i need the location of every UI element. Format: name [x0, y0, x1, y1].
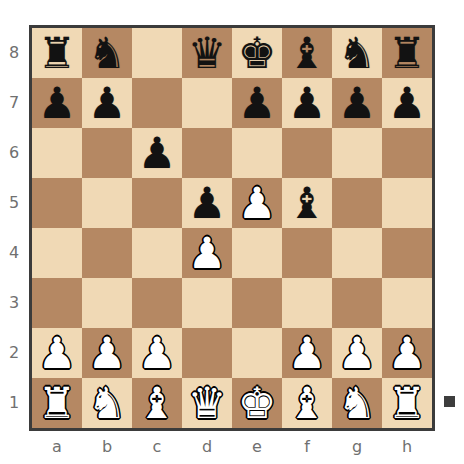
- square-b1[interactable]: ♞: [82, 378, 132, 428]
- piece-black-pawn[interactable]: ♟: [232, 78, 282, 128]
- square-e8[interactable]: ♚: [232, 28, 282, 78]
- piece-white-pawn[interactable]: ♟: [232, 178, 282, 228]
- square-h4[interactable]: [382, 228, 432, 278]
- file-labels: abcdefgh: [32, 434, 432, 460]
- piece-white-pawn[interactable]: ♟: [32, 328, 82, 378]
- piece-white-pawn[interactable]: ♟: [282, 328, 332, 378]
- square-g4[interactable]: [332, 228, 382, 278]
- file-label-g: g: [332, 434, 382, 460]
- piece-black-rook[interactable]: ♜: [32, 28, 82, 78]
- square-d6[interactable]: [182, 128, 232, 178]
- square-h5[interactable]: [382, 178, 432, 228]
- square-d3[interactable]: [182, 278, 232, 328]
- square-h2[interactable]: ♟: [382, 328, 432, 378]
- file-label-c: c: [132, 434, 182, 460]
- square-b5[interactable]: [82, 178, 132, 228]
- piece-black-pawn[interactable]: ♟: [382, 78, 432, 128]
- square-f1[interactable]: ♝: [282, 378, 332, 428]
- square-c4[interactable]: [132, 228, 182, 278]
- piece-black-king[interactable]: ♚: [232, 28, 282, 78]
- piece-white-king[interactable]: ♚: [232, 378, 282, 428]
- square-f8[interactable]: ♝: [282, 28, 332, 78]
- piece-black-queen[interactable]: ♛: [182, 28, 232, 78]
- square-g2[interactable]: ♟: [332, 328, 382, 378]
- square-d8[interactable]: ♛: [182, 28, 232, 78]
- piece-black-pawn[interactable]: ♟: [32, 78, 82, 128]
- chess-board-frame: ♜♞♛♚♝♞♜♟♟♟♟♟♟♟♟♟♝♟♟♟♟♟♟♟♜♞♝♛♚♝♞♜: [29, 25, 435, 431]
- square-h1[interactable]: ♜: [382, 378, 432, 428]
- piece-black-pawn[interactable]: ♟: [132, 128, 182, 178]
- square-f5[interactable]: ♝: [282, 178, 332, 228]
- square-c1[interactable]: ♝: [132, 378, 182, 428]
- piece-white-rook[interactable]: ♜: [382, 378, 432, 428]
- square-f3[interactable]: [282, 278, 332, 328]
- rank-label-8: 8: [2, 28, 26, 78]
- rank-label-1: 1: [2, 378, 26, 428]
- file-label-h: h: [382, 434, 432, 460]
- square-d4[interactable]: ♟: [182, 228, 232, 278]
- file-label-d: d: [182, 434, 232, 460]
- piece-white-knight[interactable]: ♞: [332, 378, 382, 428]
- square-e4[interactable]: [232, 228, 282, 278]
- square-e3[interactable]: [232, 278, 282, 328]
- rank-labels: 87654321: [2, 28, 26, 428]
- square-g6[interactable]: [332, 128, 382, 178]
- piece-black-knight[interactable]: ♞: [332, 28, 382, 78]
- piece-white-pawn[interactable]: ♟: [132, 328, 182, 378]
- square-e7[interactable]: ♟: [232, 78, 282, 128]
- square-a4[interactable]: [32, 228, 82, 278]
- rank-label-2: 2: [2, 328, 26, 378]
- square-h3[interactable]: [382, 278, 432, 328]
- file-label-a: a: [32, 434, 82, 460]
- square-b4[interactable]: [82, 228, 132, 278]
- square-a6[interactable]: [32, 128, 82, 178]
- square-a8[interactable]: ♜: [32, 28, 82, 78]
- square-a2[interactable]: ♟: [32, 328, 82, 378]
- piece-black-pawn[interactable]: ♟: [82, 78, 132, 128]
- square-c2[interactable]: ♟: [132, 328, 182, 378]
- square-g1[interactable]: ♞: [332, 378, 382, 428]
- square-e5[interactable]: ♟: [232, 178, 282, 228]
- square-c3[interactable]: [132, 278, 182, 328]
- square-b2[interactable]: ♟: [82, 328, 132, 378]
- square-a5[interactable]: [32, 178, 82, 228]
- square-f2[interactable]: ♟: [282, 328, 332, 378]
- piece-white-pawn[interactable]: ♟: [182, 228, 232, 278]
- piece-black-pawn[interactable]: ♟: [332, 78, 382, 128]
- square-c7[interactable]: [132, 78, 182, 128]
- square-d5[interactable]: ♟: [182, 178, 232, 228]
- square-h7[interactable]: ♟: [382, 78, 432, 128]
- piece-white-knight[interactable]: ♞: [82, 378, 132, 428]
- square-f6[interactable]: [282, 128, 332, 178]
- piece-white-pawn[interactable]: ♟: [382, 328, 432, 378]
- square-b7[interactable]: ♟: [82, 78, 132, 128]
- square-d1[interactable]: ♛: [182, 378, 232, 428]
- rank-label-4: 4: [2, 228, 26, 278]
- square-c6[interactable]: ♟: [132, 128, 182, 178]
- rank-label-5: 5: [2, 178, 26, 228]
- chess-board: ♜♞♛♚♝♞♜♟♟♟♟♟♟♟♟♟♝♟♟♟♟♟♟♟♜♞♝♛♚♝♞♜: [32, 28, 432, 428]
- square-e2[interactable]: [232, 328, 282, 378]
- square-b6[interactable]: [82, 128, 132, 178]
- file-label-b: b: [82, 434, 132, 460]
- square-f4[interactable]: [282, 228, 332, 278]
- piece-white-queen[interactable]: ♛: [182, 378, 232, 428]
- rank-label-6: 6: [2, 128, 26, 178]
- square-h8[interactable]: ♜: [382, 28, 432, 78]
- square-a7[interactable]: ♟: [32, 78, 82, 128]
- square-c8[interactable]: [132, 28, 182, 78]
- piece-black-bishop[interactable]: ♝: [282, 178, 332, 228]
- rank-label-7: 7: [2, 78, 26, 128]
- square-a3[interactable]: [32, 278, 82, 328]
- square-g8[interactable]: ♞: [332, 28, 382, 78]
- square-d2[interactable]: [182, 328, 232, 378]
- square-g3[interactable]: [332, 278, 382, 328]
- piece-white-rook[interactable]: ♜: [32, 378, 82, 428]
- square-d7[interactable]: [182, 78, 232, 128]
- piece-white-pawn[interactable]: ♟: [332, 328, 382, 378]
- piece-white-bishop[interactable]: ♝: [282, 378, 332, 428]
- file-label-f: f: [282, 434, 332, 460]
- square-g7[interactable]: ♟: [332, 78, 382, 128]
- piece-white-bishop[interactable]: ♝: [132, 378, 182, 428]
- piece-white-pawn[interactable]: ♟: [82, 328, 132, 378]
- piece-black-knight[interactable]: ♞: [82, 28, 132, 78]
- piece-black-pawn[interactable]: ♟: [182, 178, 232, 228]
- file-label-e: e: [232, 434, 282, 460]
- square-e1[interactable]: ♚: [232, 378, 282, 428]
- square-b3[interactable]: [82, 278, 132, 328]
- square-a1[interactable]: ♜: [32, 378, 82, 428]
- square-f7[interactable]: ♟: [282, 78, 332, 128]
- square-c5[interactable]: [132, 178, 182, 228]
- square-e6[interactable]: [232, 128, 282, 178]
- piece-black-bishop[interactable]: ♝: [282, 28, 332, 78]
- piece-black-rook[interactable]: ♜: [382, 28, 432, 78]
- square-g5[interactable]: [332, 178, 382, 228]
- move-indicator: [444, 396, 455, 407]
- square-b8[interactable]: ♞: [82, 28, 132, 78]
- piece-black-pawn[interactable]: ♟: [282, 78, 332, 128]
- square-h6[interactable]: [382, 128, 432, 178]
- rank-label-3: 3: [2, 278, 26, 328]
